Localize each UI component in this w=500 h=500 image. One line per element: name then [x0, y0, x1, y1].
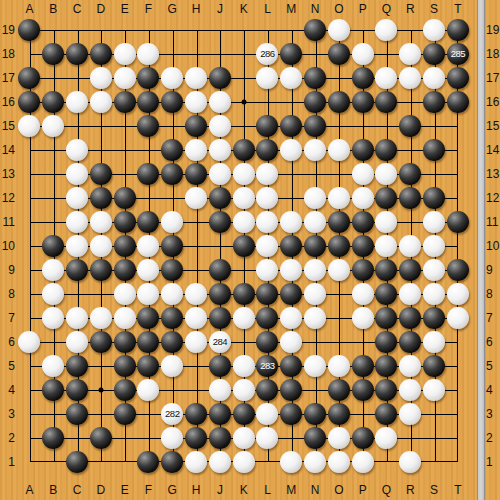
black-stone-D18[interactable] [90, 43, 112, 65]
black-stone-B4[interactable] [42, 379, 64, 401]
white-stone-H6[interactable] [185, 331, 207, 353]
white-stone-S10[interactable] [423, 235, 445, 257]
black-stone-J5[interactable] [209, 355, 231, 377]
coord-label-left-10: 10 [0, 234, 15, 258]
white-stone-S11[interactable] [423, 211, 445, 233]
white-stone-G8[interactable] [161, 283, 183, 305]
black-stone-G10[interactable] [161, 235, 183, 257]
black-stone-E10[interactable] [114, 235, 136, 257]
white-stone-L10[interactable] [256, 235, 278, 257]
black-stone-O16[interactable] [328, 91, 350, 113]
white-stone-O9[interactable] [328, 259, 350, 281]
black-stone-H13[interactable] [185, 163, 207, 185]
white-stone-B8[interactable] [42, 283, 64, 305]
black-stone-Q16[interactable] [375, 91, 397, 113]
white-stone-N5[interactable] [304, 355, 326, 377]
coord-label-top-H: H [184, 2, 208, 16]
white-stone-J15[interactable] [209, 115, 231, 137]
white-stone-C12[interactable] [66, 187, 88, 209]
black-stone-S18[interactable] [423, 43, 445, 65]
black-stone-M15[interactable] [280, 115, 302, 137]
white-stone-D11[interactable] [90, 211, 112, 233]
white-stone-S6[interactable] [423, 331, 445, 353]
black-stone-B18[interactable] [42, 43, 64, 65]
black-stone-S14[interactable] [423, 139, 445, 161]
black-stone-R6[interactable] [399, 331, 421, 353]
white-stone-K2[interactable] [233, 427, 255, 449]
white-stone-F18[interactable] [137, 43, 159, 65]
black-stone-D9[interactable] [90, 259, 112, 281]
white-stone-C11[interactable] [66, 211, 88, 233]
coord-label-top-R: R [398, 2, 422, 16]
white-stone-S19[interactable] [423, 19, 445, 41]
white-stone-G11[interactable] [161, 211, 183, 233]
white-stone-K1[interactable] [233, 451, 255, 473]
white-stone-O12[interactable] [328, 187, 350, 209]
white-stone-G17[interactable] [161, 67, 183, 89]
white-stone-C16[interactable] [66, 91, 88, 113]
white-stone-J16[interactable] [209, 91, 231, 113]
coord-label-bottom-B: B [41, 483, 65, 497]
black-stone-N3[interactable] [304, 403, 326, 425]
white-stone-J1[interactable] [209, 451, 231, 473]
black-stone-J12[interactable] [209, 187, 231, 209]
white-stone-E8[interactable] [114, 283, 136, 305]
white-stone-L17[interactable] [256, 67, 278, 89]
white-stone-K4[interactable] [233, 379, 255, 401]
black-stone-A16[interactable] [18, 91, 40, 113]
black-stone-G1[interactable] [161, 451, 183, 473]
black-stone-T19[interactable] [447, 19, 469, 41]
black-stone-S16[interactable] [423, 91, 445, 113]
black-stone-F16[interactable] [137, 91, 159, 113]
black-stone-T11[interactable] [447, 211, 469, 233]
coord-label-top-G: G [160, 2, 184, 16]
white-stone-K13[interactable] [233, 163, 255, 185]
black-stone-E5[interactable] [114, 355, 136, 377]
white-stone-N14[interactable] [304, 139, 326, 161]
white-stone-H17[interactable] [185, 67, 207, 89]
black-stone-R9[interactable] [399, 259, 421, 281]
white-stone-J6[interactable]: 284 [209, 331, 231, 353]
black-stone-T18[interactable]: 285 [447, 43, 469, 65]
white-stone-M6[interactable] [280, 331, 302, 353]
white-stone-P18[interactable] [352, 43, 374, 65]
black-stone-P17[interactable] [352, 67, 374, 89]
black-stone-D12[interactable] [90, 187, 112, 209]
black-stone-D6[interactable] [90, 331, 112, 353]
white-stone-L2[interactable] [256, 427, 278, 449]
black-stone-N17[interactable] [304, 67, 326, 89]
white-stone-F9[interactable] [137, 259, 159, 281]
coord-label-left-14: 14 [0, 138, 15, 162]
black-stone-P5[interactable] [352, 355, 374, 377]
white-stone-O2[interactable] [328, 427, 350, 449]
white-stone-N8[interactable] [304, 283, 326, 305]
coord-label-bottom-T: T [446, 483, 470, 497]
coord-label-bottom-C: C [65, 483, 89, 497]
move-number-label: 282 [165, 409, 179, 419]
black-stone-G6[interactable] [161, 331, 183, 353]
black-stone-N2[interactable] [304, 427, 326, 449]
white-stone-A6[interactable] [18, 331, 40, 353]
white-stone-K7[interactable] [233, 307, 255, 329]
white-stone-C13[interactable] [66, 163, 88, 185]
white-stone-M9[interactable] [280, 259, 302, 281]
black-stone-R12[interactable] [399, 187, 421, 209]
white-stone-B7[interactable] [42, 307, 64, 329]
black-stone-O18[interactable] [328, 43, 350, 65]
white-stone-L12[interactable] [256, 187, 278, 209]
black-stone-G13[interactable] [161, 163, 183, 185]
white-stone-Q17[interactable] [375, 67, 397, 89]
white-stone-M14[interactable] [280, 139, 302, 161]
black-stone-O11[interactable] [328, 211, 350, 233]
black-stone-J8[interactable] [209, 283, 231, 305]
coord-label-bottom-N: N [303, 483, 327, 497]
coord-label-right-16: 16 [486, 90, 500, 114]
white-stone-J14[interactable] [209, 139, 231, 161]
black-stone-Q7[interactable] [375, 307, 397, 329]
coord-label-right-4: 4 [486, 378, 500, 402]
white-stone-B9[interactable] [42, 259, 64, 281]
black-stone-B10[interactable] [42, 235, 64, 257]
coord-label-left-4: 4 [0, 378, 15, 402]
coord-label-bottom-S: S [422, 483, 446, 497]
white-stone-R1[interactable] [399, 451, 421, 473]
white-stone-K11[interactable] [233, 211, 255, 233]
white-stone-Q10[interactable] [375, 235, 397, 257]
coord-label-left-3: 3 [0, 402, 15, 426]
black-stone-K3[interactable] [233, 403, 255, 425]
white-stone-P12[interactable] [352, 187, 374, 209]
white-stone-P1[interactable] [352, 451, 374, 473]
coord-label-left-17: 17 [0, 66, 15, 90]
coord-label-right-1: 1 [486, 450, 500, 474]
white-stone-A15[interactable] [18, 115, 40, 137]
move-number-label: 284 [213, 337, 227, 347]
black-stone-H3[interactable] [185, 403, 207, 425]
black-stone-G16[interactable] [161, 91, 183, 113]
coord-label-top-D: D [89, 2, 113, 16]
black-stone-E16[interactable] [114, 91, 136, 113]
white-stone-T7[interactable] [447, 307, 469, 329]
black-stone-Q3[interactable] [375, 403, 397, 425]
black-stone-L15[interactable] [256, 115, 278, 137]
black-stone-H2[interactable] [185, 427, 207, 449]
black-stone-Q12[interactable] [375, 187, 397, 209]
white-stone-R3[interactable] [399, 403, 421, 425]
white-stone-P8[interactable] [352, 283, 374, 305]
white-stone-H16[interactable] [185, 91, 207, 113]
black-stone-P10[interactable] [352, 235, 374, 257]
black-stone-K14[interactable] [233, 139, 255, 161]
black-stone-L8[interactable] [256, 283, 278, 305]
move-number-label: 285 [451, 49, 465, 59]
coord-label-right-12: 12 [486, 186, 500, 210]
black-stone-K8[interactable] [233, 283, 255, 305]
white-stone-N12[interactable] [304, 187, 326, 209]
white-stone-P7[interactable] [352, 307, 374, 329]
white-stone-C6[interactable] [66, 331, 88, 353]
black-stone-P9[interactable] [352, 259, 374, 281]
black-stone-O3[interactable] [328, 403, 350, 425]
coord-label-top-E: E [113, 2, 137, 16]
black-stone-S7[interactable] [423, 307, 445, 329]
go-board[interactable]: 286285284283282 [18, 18, 470, 474]
black-stone-A19[interactable] [18, 19, 40, 41]
black-stone-B16[interactable] [42, 91, 64, 113]
black-stone-L6[interactable] [256, 331, 278, 353]
coord-label-left-6: 6 [0, 330, 15, 354]
move-number-label: 286 [260, 49, 274, 59]
white-stone-J4[interactable] [209, 379, 231, 401]
white-stone-K12[interactable] [233, 187, 255, 209]
black-stone-S5[interactable] [423, 355, 445, 377]
coord-label-bottom-D: D [89, 483, 113, 497]
white-stone-M7[interactable] [280, 307, 302, 329]
black-stone-P14[interactable] [352, 139, 374, 161]
coord-label-bottom-P: P [351, 483, 375, 497]
black-stone-E6[interactable] [114, 331, 136, 353]
white-stone-P13[interactable] [352, 163, 374, 185]
black-stone-F11[interactable] [137, 211, 159, 233]
black-stone-C4[interactable] [66, 379, 88, 401]
coord-label-left-15: 15 [0, 114, 15, 138]
white-stone-L3[interactable] [256, 403, 278, 425]
white-stone-O19[interactable] [328, 19, 350, 41]
coord-label-bottom-M: M [279, 483, 303, 497]
black-stone-J2[interactable] [209, 427, 231, 449]
black-stone-J3[interactable] [209, 403, 231, 425]
black-stone-M3[interactable] [280, 403, 302, 425]
black-stone-F15[interactable] [137, 115, 159, 137]
white-stone-H8[interactable] [185, 283, 207, 305]
black-stone-L4[interactable] [256, 379, 278, 401]
coord-label-top-A: A [18, 2, 42, 16]
black-stone-N16[interactable] [304, 91, 326, 113]
black-stone-J9[interactable] [209, 259, 231, 281]
white-stone-S17[interactable] [423, 67, 445, 89]
coord-label-top-T: T [446, 2, 470, 16]
white-stone-F4[interactable] [137, 379, 159, 401]
black-stone-L5[interactable]: 283 [256, 355, 278, 377]
black-stone-Q9[interactable] [375, 259, 397, 281]
black-stone-G9[interactable] [161, 259, 183, 281]
black-stone-B2[interactable] [42, 427, 64, 449]
white-stone-H14[interactable] [185, 139, 207, 161]
white-stone-Q11[interactable] [375, 211, 397, 233]
white-stone-B5[interactable] [42, 355, 64, 377]
white-stone-Q19[interactable] [375, 19, 397, 41]
black-stone-J7[interactable] [209, 307, 231, 329]
black-stone-O10[interactable] [328, 235, 350, 257]
white-stone-H1[interactable] [185, 451, 207, 473]
black-stone-R15[interactable] [399, 115, 421, 137]
coord-label-right-3: 3 [486, 402, 500, 426]
coord-label-top-J: J [208, 2, 232, 16]
white-stone-Q13[interactable] [375, 163, 397, 185]
black-stone-M8[interactable] [280, 283, 302, 305]
white-stone-C7[interactable] [66, 307, 88, 329]
white-stone-H7[interactable] [185, 307, 207, 329]
coord-label-right-8: 8 [486, 282, 500, 306]
white-stone-C10[interactable] [66, 235, 88, 257]
coord-label-right-15: 15 [486, 114, 500, 138]
white-stone-L13[interactable] [256, 163, 278, 185]
black-stone-C3[interactable] [66, 403, 88, 425]
black-stone-L7[interactable] [256, 307, 278, 329]
black-stone-N10[interactable] [304, 235, 326, 257]
black-stone-F17[interactable] [137, 67, 159, 89]
coord-label-right-19: 19 [486, 18, 500, 42]
white-stone-G5[interactable] [161, 355, 183, 377]
white-stone-G2[interactable] [161, 427, 183, 449]
white-stone-T8[interactable] [447, 283, 469, 305]
white-stone-O14[interactable] [328, 139, 350, 161]
black-stone-R7[interactable] [399, 307, 421, 329]
move-number-label: 283 [260, 361, 274, 371]
black-stone-Q4[interactable] [375, 379, 397, 401]
coord-label-left-9: 9 [0, 258, 15, 282]
white-stone-C14[interactable] [66, 139, 88, 161]
black-stone-E11[interactable] [114, 211, 136, 233]
black-stone-F1[interactable] [137, 451, 159, 473]
white-stone-R5[interactable] [399, 355, 421, 377]
black-stone-K10[interactable] [233, 235, 255, 257]
white-stone-S4[interactable] [423, 379, 445, 401]
black-stone-O4[interactable] [328, 379, 350, 401]
coord-label-left-12: 12 [0, 186, 15, 210]
coord-label-top-M: M [279, 2, 303, 16]
white-stone-O1[interactable] [328, 451, 350, 473]
black-stone-M18[interactable] [280, 43, 302, 65]
black-stone-D2[interactable] [90, 427, 112, 449]
white-stone-D10[interactable] [90, 235, 112, 257]
black-stone-Q14[interactable] [375, 139, 397, 161]
coord-label-top-B: B [41, 2, 65, 16]
white-stone-R18[interactable] [399, 43, 421, 65]
black-stone-L14[interactable] [256, 139, 278, 161]
black-stone-M5[interactable] [280, 355, 302, 377]
black-stone-T17[interactable] [447, 67, 469, 89]
white-stone-B15[interactable] [42, 115, 64, 137]
black-stone-P4[interactable] [352, 379, 374, 401]
right-scrollbar-strip[interactable] [477, 0, 485, 500]
white-stone-L9[interactable] [256, 259, 278, 281]
white-stone-L18[interactable]: 286 [256, 43, 278, 65]
black-stone-C1[interactable] [66, 451, 88, 473]
black-stone-M4[interactable] [280, 379, 302, 401]
black-stone-F7[interactable] [137, 307, 159, 329]
black-stone-Q5[interactable] [375, 355, 397, 377]
black-stone-C9[interactable] [66, 259, 88, 281]
black-stone-C18[interactable] [66, 43, 88, 65]
white-stone-K5[interactable] [233, 355, 255, 377]
white-stone-R17[interactable] [399, 67, 421, 89]
black-stone-G14[interactable] [161, 139, 183, 161]
coord-label-top-P: P [351, 2, 375, 16]
black-stone-P11[interactable] [352, 211, 374, 233]
white-stone-N7[interactable] [304, 307, 326, 329]
black-stone-J11[interactable] [209, 211, 231, 233]
coord-label-left-18: 18 [0, 42, 15, 66]
coord-label-left-19: 19 [0, 18, 15, 42]
coord-label-top-F: F [137, 2, 161, 16]
black-stone-E4[interactable] [114, 379, 136, 401]
white-stone-N9[interactable] [304, 259, 326, 281]
black-stone-F5[interactable] [137, 355, 159, 377]
white-stone-R4[interactable] [399, 379, 421, 401]
white-stone-M17[interactable] [280, 67, 302, 89]
coord-label-right-11: 11 [486, 210, 500, 234]
coord-label-bottom-K: K [232, 483, 256, 497]
black-stone-Q6[interactable] [375, 331, 397, 353]
black-stone-H15[interactable] [185, 115, 207, 137]
white-stone-E18[interactable] [114, 43, 136, 65]
black-stone-F13[interactable] [137, 163, 159, 185]
white-stone-R8[interactable] [399, 283, 421, 305]
black-stone-R13[interactable] [399, 163, 421, 185]
black-stone-S12[interactable] [423, 187, 445, 209]
white-stone-Q2[interactable] [375, 427, 397, 449]
white-stone-H12[interactable] [185, 187, 207, 209]
black-stone-Q8[interactable] [375, 283, 397, 305]
white-stone-M11[interactable] [280, 211, 302, 233]
black-stone-D13[interactable] [90, 163, 112, 185]
white-stone-D16[interactable] [90, 91, 112, 113]
coord-label-right-2: 2 [486, 426, 500, 450]
coord-label-bottom-G: G [160, 483, 184, 497]
black-stone-G7[interactable] [161, 307, 183, 329]
white-stone-O5[interactable] [328, 355, 350, 377]
white-stone-N1[interactable] [304, 451, 326, 473]
white-stone-F10[interactable] [137, 235, 159, 257]
white-stone-S9[interactable] [423, 259, 445, 281]
white-stone-S8[interactable] [423, 283, 445, 305]
coord-label-top-K: K [232, 2, 256, 16]
black-stone-E9[interactable] [114, 259, 136, 281]
white-stone-F8[interactable] [137, 283, 159, 305]
black-stone-M10[interactable] [280, 235, 302, 257]
coord-label-top-C: C [65, 2, 89, 16]
white-stone-D17[interactable] [90, 67, 112, 89]
black-stone-J17[interactable] [209, 67, 231, 89]
white-stone-G3[interactable]: 282 [161, 403, 183, 425]
black-stone-P2[interactable] [352, 427, 374, 449]
white-stone-J13[interactable] [209, 163, 231, 185]
white-stone-M1[interactable] [280, 451, 302, 473]
white-stone-E7[interactable] [114, 307, 136, 329]
black-stone-N19[interactable] [304, 19, 326, 41]
black-stone-P16[interactable] [352, 91, 374, 113]
coord-label-right-13: 13 [486, 162, 500, 186]
white-stone-D7[interactable] [90, 307, 112, 329]
black-stone-E3[interactable] [114, 403, 136, 425]
black-stone-C5[interactable] [66, 355, 88, 377]
black-stone-T9[interactable] [447, 259, 469, 281]
black-stone-E12[interactable] [114, 187, 136, 209]
white-stone-E17[interactable] [114, 67, 136, 89]
white-stone-R10[interactable] [399, 235, 421, 257]
coord-label-bottom-O: O [327, 483, 351, 497]
black-stone-F6[interactable] [137, 331, 159, 353]
black-stone-A17[interactable] [18, 67, 40, 89]
white-stone-L11[interactable] [256, 211, 278, 233]
black-stone-N15[interactable] [304, 115, 326, 137]
black-stone-T16[interactable] [447, 91, 469, 113]
white-stone-N11[interactable] [304, 211, 326, 233]
